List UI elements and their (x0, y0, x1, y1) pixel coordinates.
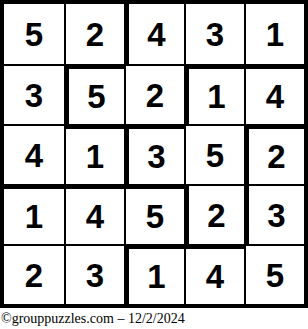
cell-r1c2: 2 (64, 4, 124, 64)
cell-r4c2: 4 (64, 184, 124, 244)
cell-r5c3: 1 (124, 244, 184, 304)
cell-r5c4: 4 (184, 244, 244, 304)
cell-r3c5: 2 (244, 124, 304, 184)
cell-r3c1: 4 (4, 124, 64, 184)
cell-r5c2: 3 (64, 244, 124, 304)
cell-r1c3: 4 (124, 4, 184, 64)
cell-r5c5: 5 (244, 244, 304, 304)
cell-r3c2: 1 (64, 124, 124, 184)
cell-r3c3: 3 (124, 124, 184, 184)
cell-r4c3: 5 (124, 184, 184, 244)
cell-r4c1: 1 (4, 184, 64, 244)
cell-r2c3: 2 (124, 64, 184, 124)
cell-r5c1: 2 (4, 244, 64, 304)
cell-r2c5: 4 (244, 64, 304, 124)
cell-r2c4: 1 (184, 64, 244, 124)
copyright-caption: ©grouppuzzles.com – 12/2/2024 (1, 311, 185, 327)
cell-r3c4: 5 (184, 124, 244, 184)
puzzle-page: 5 2 4 3 1 3 5 2 1 4 4 1 3 5 2 1 4 5 2 3 … (0, 0, 308, 329)
sudoku-board: 5 2 4 3 1 3 5 2 1 4 4 1 3 5 2 1 4 5 2 3 … (0, 0, 308, 308)
cell-r2c1: 3 (4, 64, 64, 124)
cell-r2c2: 5 (64, 64, 124, 124)
cell-r4c5: 3 (244, 184, 304, 244)
cell-r4c4: 2 (184, 184, 244, 244)
cell-r1c4: 3 (184, 4, 244, 64)
cell-r1c1: 5 (4, 4, 64, 64)
cell-r1c5: 1 (244, 4, 304, 64)
